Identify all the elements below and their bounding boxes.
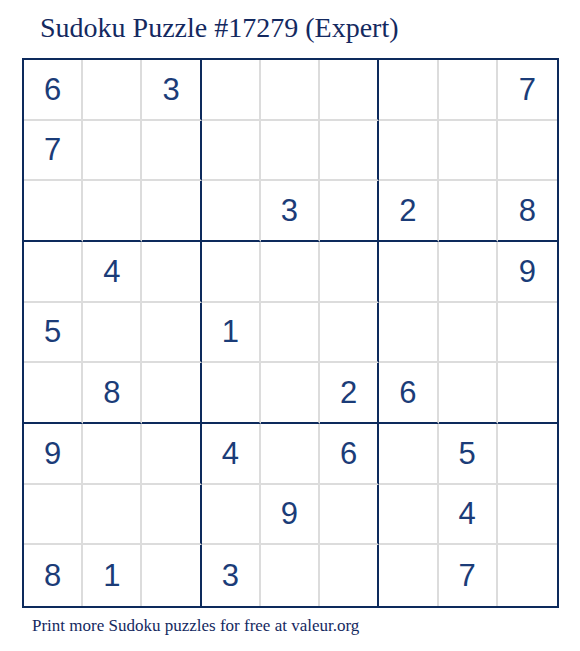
cell-r4c4 [202,242,261,303]
cell-r6c8 [439,363,498,424]
cell-r1c3: 3 [142,60,201,121]
cell-r9c8: 7 [439,545,498,606]
cell-r5c3 [142,303,201,364]
cell-r1c4 [202,60,261,121]
cell-r7c4: 4 [202,424,261,485]
sudoku-board: 637732849518269465948137 [22,58,559,608]
cell-r8c8: 4 [439,485,498,546]
cell-r1c5 [261,60,320,121]
cell-r3c8 [439,181,498,242]
cell-r6c6: 2 [320,363,379,424]
cell-r6c9 [498,363,557,424]
cell-r8c2 [83,485,142,546]
cell-r9c4: 3 [202,545,261,606]
cell-r3c6 [320,181,379,242]
cell-r1c7 [379,60,438,121]
cell-r3c4 [202,181,261,242]
cell-r2c3 [142,121,201,182]
cell-r3c3 [142,181,201,242]
cell-r7c8: 5 [439,424,498,485]
cell-r5c8 [439,303,498,364]
cell-r2c9 [498,121,557,182]
cell-r4c3 [142,242,201,303]
cell-r6c3 [142,363,201,424]
cell-r8c6 [320,485,379,546]
cell-r3c9: 8 [498,181,557,242]
cell-r3c2 [83,181,142,242]
cell-r9c9 [498,545,557,606]
cell-r6c5 [261,363,320,424]
page-title: Sudoku Puzzle #17279 (Expert) [40,12,399,44]
cell-r7c9 [498,424,557,485]
cell-r9c6 [320,545,379,606]
cell-r5c6 [320,303,379,364]
cell-r8c9 [498,485,557,546]
cell-r4c5 [261,242,320,303]
cell-r2c6 [320,121,379,182]
cell-r8c4 [202,485,261,546]
cell-r5c7 [379,303,438,364]
cell-r3c1 [24,181,83,242]
cell-r8c5: 9 [261,485,320,546]
cell-r8c7 [379,485,438,546]
cell-r9c7 [379,545,438,606]
cell-r9c1: 8 [24,545,83,606]
cell-r8c1 [24,485,83,546]
cell-r8c3 [142,485,201,546]
cell-r1c2 [83,60,142,121]
cell-r7c3 [142,424,201,485]
cell-r7c6: 6 [320,424,379,485]
cell-r1c6 [320,60,379,121]
cell-r2c8 [439,121,498,182]
cell-r4c2: 4 [83,242,142,303]
cell-r7c5 [261,424,320,485]
cell-r2c2 [83,121,142,182]
cell-r5c9 [498,303,557,364]
cell-r5c4: 1 [202,303,261,364]
cell-r2c5 [261,121,320,182]
cell-r2c4 [202,121,261,182]
cell-r6c2: 8 [83,363,142,424]
cell-r4c8 [439,242,498,303]
cell-r7c7 [379,424,438,485]
cell-r1c9: 7 [498,60,557,121]
cell-r9c2: 1 [83,545,142,606]
cell-r5c5 [261,303,320,364]
cell-r3c7: 2 [379,181,438,242]
cell-r9c5 [261,545,320,606]
cell-r1c8 [439,60,498,121]
cell-r7c2 [83,424,142,485]
cell-r2c1: 7 [24,121,83,182]
cell-r6c4 [202,363,261,424]
cell-r6c7: 6 [379,363,438,424]
cell-r4c6 [320,242,379,303]
cell-r2c7 [379,121,438,182]
cell-r4c7 [379,242,438,303]
cell-r4c9: 9 [498,242,557,303]
footer-text: Print more Sudoku puzzles for free at va… [32,616,359,636]
cell-r9c3 [142,545,201,606]
sudoku-page: Sudoku Puzzle #17279 (Expert) 6377328495… [0,0,580,651]
cell-r3c5: 3 [261,181,320,242]
cell-r1c1: 6 [24,60,83,121]
cell-r5c2 [83,303,142,364]
cell-r7c1: 9 [24,424,83,485]
cell-r6c1 [24,363,83,424]
cell-r4c1 [24,242,83,303]
cell-r5c1: 5 [24,303,83,364]
